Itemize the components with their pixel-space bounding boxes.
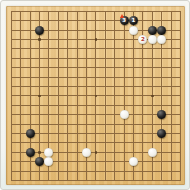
go-app: 312 bbox=[0, 0, 190, 190]
stone-white bbox=[82, 148, 91, 157]
move-number: 2 bbox=[138, 35, 147, 44]
stone-white bbox=[148, 35, 157, 44]
grid-line-v bbox=[124, 11, 125, 181]
grid-line-v bbox=[171, 11, 172, 181]
grid-line-v bbox=[133, 11, 134, 181]
stone-white bbox=[44, 148, 53, 157]
last-move-marker bbox=[120, 14, 124, 18]
star-point bbox=[38, 151, 41, 154]
grid-line-h bbox=[11, 114, 181, 115]
stone-black bbox=[35, 26, 44, 35]
grid-line-h bbox=[11, 180, 181, 181]
grid-line-h bbox=[11, 142, 181, 143]
grid-line-h bbox=[11, 171, 181, 172]
move-number: 1 bbox=[129, 16, 138, 25]
stone-black bbox=[157, 26, 166, 35]
stone-black bbox=[26, 148, 35, 157]
stone-white bbox=[148, 148, 157, 157]
stone-white bbox=[129, 157, 138, 166]
stone-white bbox=[157, 35, 166, 44]
star-point bbox=[151, 95, 154, 98]
star-point bbox=[38, 95, 41, 98]
stone-black bbox=[148, 26, 157, 35]
stone-white bbox=[44, 157, 53, 166]
star-point bbox=[38, 38, 41, 41]
stone-black bbox=[26, 129, 35, 138]
star-point bbox=[95, 95, 98, 98]
go-board[interactable]: 312 bbox=[6, 6, 185, 185]
stone-black bbox=[35, 157, 44, 166]
grid-line-h bbox=[11, 133, 181, 134]
stone-white bbox=[129, 26, 138, 35]
grid-line-v bbox=[105, 11, 106, 181]
star-point bbox=[95, 151, 98, 154]
board-frame: 312 bbox=[0, 0, 190, 190]
star-point bbox=[95, 38, 98, 41]
stone-white bbox=[120, 110, 129, 119]
stone-black bbox=[157, 129, 166, 138]
grid-line-v bbox=[180, 11, 181, 181]
stone-black: 1 bbox=[129, 16, 138, 25]
grid-line-h bbox=[11, 105, 181, 106]
stone-black: 3 bbox=[120, 16, 129, 25]
stone-white: 2 bbox=[138, 35, 147, 44]
grid-line-v bbox=[114, 11, 115, 181]
stone-black bbox=[157, 110, 166, 119]
grid-line-h bbox=[11, 124, 181, 125]
